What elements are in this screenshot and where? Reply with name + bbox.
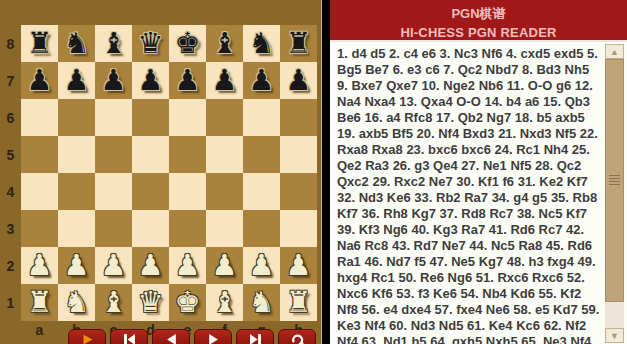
white-king: ♚ [175,284,201,321]
rank-label-2: 2 [0,247,21,284]
square-f8: ♝ [206,25,243,62]
square-g3 [243,210,280,247]
square-a6 [21,99,58,136]
square-h1: ♜ [280,284,317,321]
square-f3 [206,210,243,247]
square-h5 [280,136,317,173]
rank-label-5: 5 [0,136,21,173]
corner-spacer [0,321,21,338]
square-h7: ♟ [280,62,317,99]
square-d1: ♛ [132,284,169,321]
scroll-down-icon[interactable]: ▼ [605,328,624,343]
square-c2: ♟ [95,247,132,284]
square-f2: ♟ [206,247,243,284]
white-pawn: ♟ [27,247,53,284]
file-label-a: a [21,321,58,338]
black-pawn: ♟ [249,62,275,99]
square-f1: ♝ [206,284,243,321]
square-d3 [132,210,169,247]
skip-to-end-button[interactable] [236,329,274,344]
square-e3 [169,210,206,247]
playback-controls [68,329,316,344]
scrollbar: ▲ ▼ [605,44,624,343]
square-c7: ♟ [95,62,132,99]
panel-divider [322,0,330,344]
square-c3 [95,210,132,247]
board-area: 8♜♞♝♛♚♝♞♜7♟♟♟♟♟♟♟♟65432♟♟♟♟♟♟♟♟1♜♞♝♛♚♝♞♜… [0,0,322,344]
black-pawn: ♟ [138,62,164,99]
square-g1: ♞ [243,284,280,321]
black-bishop: ♝ [212,25,238,62]
pgn-reader-window: 8♜♞♝♛♚♝♞♜7♟♟♟♟♟♟♟♟65432♟♟♟♟♟♟♟♟1♜♞♝♛♚♝♞♜… [0,0,627,344]
square-e4 [169,173,206,210]
square-d5 [132,136,169,173]
square-h8: ♜ [280,25,317,62]
square-c5 [95,136,132,173]
panel-title: PGN棋谱 [330,0,627,23]
step-back-button[interactable] [152,329,190,344]
square-f7: ♟ [206,62,243,99]
square-h2: ♟ [280,247,317,284]
right-triangle-bar-icon [249,333,262,344]
square-f6 [206,99,243,136]
square-a7: ♟ [21,62,58,99]
white-pawn: ♟ [286,247,312,284]
square-b2: ♟ [58,247,95,284]
moves-box[interactable]: 1. d4 d5 2. c4 e6 3. Nc3 Nf6 4. cxd5 exd… [330,40,627,344]
black-pawn: ♟ [212,62,238,99]
scrollbar-thumb[interactable] [605,59,624,302]
play-triangle-icon [81,333,94,344]
bar-left-triangle-icon [123,333,136,344]
square-b1: ♞ [58,284,95,321]
white-pawn: ♟ [64,247,90,284]
square-g7: ♟ [243,62,280,99]
square-e8: ♚ [169,25,206,62]
square-g8: ♞ [243,25,280,62]
left-triangle-icon [165,333,178,344]
square-e1: ♚ [169,284,206,321]
square-d6 [132,99,169,136]
black-pawn: ♟ [175,62,201,99]
black-knight: ♞ [249,25,275,62]
rank-label-4: 4 [0,173,21,210]
black-pawn: ♟ [101,62,127,99]
white-bishop: ♝ [101,284,127,321]
square-d4 [132,173,169,210]
white-bishop: ♝ [212,284,238,321]
square-e5 [169,136,206,173]
pgn-moves-text: 1. d4 d5 2. c4 e6 3. Nc3 Nf6 4. cxd5 exd… [330,42,627,344]
white-pawn: ♟ [138,247,164,284]
scrollbar-grip-icon [609,175,620,187]
panel-subtitle: HI-CHESS PGN READER [330,23,627,40]
redo-button[interactable] [278,329,316,344]
square-a4 [21,173,58,210]
white-pawn: ♟ [212,247,238,284]
square-c4 [95,173,132,210]
square-d2: ♟ [132,247,169,284]
right-triangle-icon [207,333,220,344]
square-d7: ♟ [132,62,169,99]
black-queen: ♛ [138,25,164,62]
white-rook: ♜ [286,284,312,321]
black-pawn: ♟ [64,62,90,99]
black-king: ♚ [175,25,201,62]
step-forward-button[interactable] [194,329,232,344]
square-h4 [280,173,317,210]
square-g6 [243,99,280,136]
square-f5 [206,136,243,173]
white-rook: ♜ [27,284,53,321]
square-b6 [58,99,95,136]
black-rook: ♜ [286,25,312,62]
skip-to-start-button[interactable] [110,329,148,344]
square-g4 [243,173,280,210]
square-a1: ♜ [21,284,58,321]
play-button[interactable] [68,329,106,344]
square-a3 [21,210,58,247]
square-d8: ♛ [132,25,169,62]
square-f4 [206,173,243,210]
square-e7: ♟ [169,62,206,99]
square-b8: ♞ [58,25,95,62]
panel-header: PGN棋谱 HI-CHESS PGN READER [330,0,627,40]
square-a2: ♟ [21,247,58,284]
curved-arrow-icon [291,333,304,344]
rank-label-1: 1 [0,284,21,321]
black-rook: ♜ [27,25,53,62]
square-e2: ♟ [169,247,206,284]
pgn-panel: PGN棋谱 HI-CHESS PGN READER 1. d4 d5 2. c4… [321,0,627,344]
white-knight: ♞ [64,284,90,321]
square-b4 [58,173,95,210]
square-h6 [280,99,317,136]
square-h3 [280,210,317,247]
square-g2: ♟ [243,247,280,284]
black-pawn: ♟ [286,62,312,99]
black-knight: ♞ [64,25,90,62]
square-a8: ♜ [21,25,58,62]
rank-label-7: 7 [0,62,21,99]
square-g5 [243,136,280,173]
square-b3 [58,210,95,247]
square-c8: ♝ [95,25,132,62]
square-a5 [21,136,58,173]
black-pawn: ♟ [27,62,53,99]
square-b5 [58,136,95,173]
white-pawn: ♟ [175,247,201,284]
white-pawn: ♟ [249,247,275,284]
square-c1: ♝ [95,284,132,321]
rank-label-8: 8 [0,25,21,62]
white-pawn: ♟ [101,247,127,284]
square-b7: ♟ [58,62,95,99]
square-c6 [95,99,132,136]
white-knight: ♞ [249,284,275,321]
square-e6 [169,99,206,136]
black-bishop: ♝ [101,25,127,62]
rank-label-6: 6 [0,99,21,136]
rank-label-3: 3 [0,210,21,247]
board: 8♜♞♝♛♚♝♞♜7♟♟♟♟♟♟♟♟65432♟♟♟♟♟♟♟♟1♜♞♝♛♚♝♞♜… [0,25,317,338]
scroll-up-icon[interactable]: ▲ [605,44,624,59]
white-queen: ♛ [138,284,164,321]
